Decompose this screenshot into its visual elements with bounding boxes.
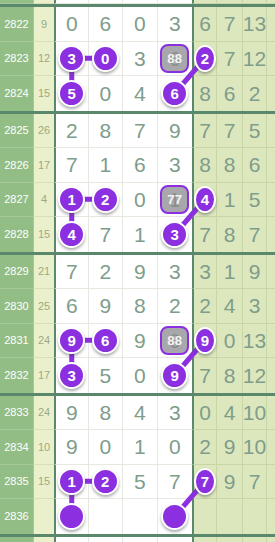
circled-number: 2 — [194, 45, 216, 72]
stat-cell: 8 — [217, 358, 243, 393]
digit: 3 — [169, 154, 181, 175]
prediction-dot — [58, 503, 85, 530]
digit: 8 — [134, 295, 146, 316]
digit: 10 — [243, 402, 266, 423]
digit: 8 — [224, 224, 236, 245]
digit: 9 — [66, 436, 78, 457]
stat-cell-partial — [267, 114, 275, 149]
period-cell: 2825 — [0, 114, 33, 149]
circled-number: 1 — [58, 468, 85, 495]
digit: 9 — [134, 330, 146, 351]
digit: 7 — [99, 224, 111, 245]
digit: 7 — [249, 471, 261, 492]
digit-cell: 3 — [158, 396, 193, 431]
sum-cell — [33, 499, 54, 534]
stat-cell — [243, 0, 267, 4]
digit-cell: 2 — [89, 465, 124, 500]
stat-cell-partial — [267, 148, 275, 183]
period-cell: 2835 — [0, 465, 33, 500]
digit: 6 — [249, 154, 261, 175]
digit-cell: 0 — [123, 183, 158, 218]
digit-cell: 9 — [123, 255, 158, 290]
badge-pair-text: 77 — [167, 193, 182, 206]
period-cell: 2834 — [0, 430, 33, 465]
digit: 0 — [134, 189, 146, 210]
stat-cell: 4 — [192, 183, 217, 218]
table-row: 2830256982243 — [0, 289, 275, 324]
digit-cell: 4 — [123, 76, 158, 111]
digit-cell: 7 — [123, 114, 158, 149]
stat-cell: 8 — [192, 148, 217, 183]
digit: 9 — [169, 120, 181, 141]
digit-cell: 9 — [158, 358, 193, 393]
stat-cell: 6 — [192, 7, 217, 42]
period-cell: 2831 — [0, 324, 33, 359]
digit: 8 — [99, 402, 111, 423]
stat-cell: 7 — [217, 114, 243, 149]
digit: 0 — [99, 83, 111, 104]
badge-pair-text: 88 — [167, 334, 182, 347]
digit: 4 — [224, 295, 236, 316]
digit: 9 — [224, 436, 236, 457]
cut-off-row — [0, 0, 275, 4]
stat-cell: 3 — [243, 289, 267, 324]
badge-pair-text: 88 — [167, 52, 182, 65]
digit: 0 — [134, 13, 146, 34]
digit: 7 — [169, 471, 181, 492]
table-row: 2831249690889013 — [0, 324, 275, 359]
digit-cell: 0 — [89, 42, 124, 77]
digit: 2 — [199, 295, 211, 316]
digit: 1 — [224, 189, 236, 210]
sum-cell: 4 — [33, 183, 54, 218]
digit: 8 — [199, 154, 211, 175]
sum-cell: 15 — [33, 465, 54, 500]
stat-cell: 7 — [192, 358, 217, 393]
circled-number: 7 — [194, 468, 216, 495]
digit: 5 — [249, 120, 261, 141]
stat-cell-partial — [267, 217, 275, 252]
stat-cell — [217, 499, 243, 534]
trend-table: 2822906036713282312303688271228241550468… — [0, 0, 275, 542]
stat-cell-partial — [267, 0, 275, 4]
circled-number: 4 — [58, 221, 85, 248]
sum-cell — [33, 0, 54, 4]
digit: 3 — [169, 261, 181, 282]
digit: 0 — [66, 13, 78, 34]
stat-cell-partial — [267, 42, 275, 77]
digit-cell — [89, 0, 124, 4]
digit: 8 — [224, 154, 236, 175]
digit-cell — [123, 0, 158, 4]
digit-cell: 0 — [123, 358, 158, 393]
digit-cell: 688 — [158, 42, 193, 77]
table-row: 2829217293319 — [0, 255, 275, 290]
stat-cell: 1 — [217, 255, 243, 290]
digit: 1 — [134, 436, 146, 457]
digit: 6 — [134, 154, 146, 175]
period-cell: 2827 — [0, 183, 33, 218]
digit-cell — [89, 537, 124, 542]
table-row: 2828154713787 — [0, 217, 275, 252]
stat-cell: 13 — [243, 324, 267, 359]
stat-cell-partial — [267, 430, 275, 465]
stat-cell: 7 — [192, 217, 217, 252]
stat-cell-partial — [267, 396, 275, 431]
digit-cell: 5 — [54, 76, 89, 111]
circled-number: 4 — [194, 186, 216, 213]
digit: 2 — [66, 120, 78, 141]
digit-cell: 6 — [89, 324, 124, 359]
digit-cell: 088 — [158, 324, 193, 359]
digit-cell — [123, 499, 158, 534]
digit: 0 — [224, 330, 236, 351]
stat-cell: 6 — [217, 76, 243, 111]
digit-cell: 7 — [89, 217, 124, 252]
digit: 6 — [224, 83, 236, 104]
stat-cell: 8 — [192, 76, 217, 111]
digit: 8 — [199, 83, 211, 104]
stat-cell: 4 — [217, 289, 243, 324]
digit-cell: 3 — [158, 148, 193, 183]
circled-number: 6 — [161, 80, 188, 107]
stat-cell: 6 — [243, 148, 267, 183]
digit: 2 — [249, 83, 261, 104]
stat-cell: 8 — [217, 217, 243, 252]
table-row: 2822906036713 — [0, 7, 275, 42]
stat-cell: 1 — [217, 183, 243, 218]
stat-cell: 0 — [192, 396, 217, 431]
stat-cell: 8 — [217, 148, 243, 183]
digit-cell: 177 — [158, 183, 193, 218]
digit-cell: 6 — [158, 76, 193, 111]
digit: 2 — [199, 436, 211, 457]
digit-cell: 2 — [54, 114, 89, 149]
digit-cell: 3 — [54, 358, 89, 393]
stat-cell-partial — [267, 537, 275, 542]
stat-cell-partial — [267, 7, 275, 42]
stat-cell: 13 — [243, 7, 267, 42]
circled-number: 2 — [92, 186, 119, 213]
period-cell — [0, 0, 33, 4]
period-cell: 2829 — [0, 255, 33, 290]
stat-cell — [243, 537, 267, 542]
stat-cell: 9 — [192, 324, 217, 359]
stat-cell — [192, 499, 217, 534]
stat-cell: 7 — [243, 217, 267, 252]
digit: 3 — [134, 48, 146, 69]
digit-cell: 0 — [89, 430, 124, 465]
digit: 9 — [224, 471, 236, 492]
stat-cell-partial — [267, 183, 275, 218]
digit-cell: 1 — [89, 148, 124, 183]
stat-cell-partial — [267, 255, 275, 290]
digit-cell: 6 — [123, 148, 158, 183]
digit: 1 — [99, 154, 111, 175]
digit: 8 — [224, 365, 236, 386]
sum-cell: 9 — [33, 7, 54, 42]
stat-cell-partial — [267, 358, 275, 393]
stat-cell: 2 — [192, 430, 217, 465]
digit: 9 — [66, 402, 78, 423]
circled-number: 5 — [58, 80, 85, 107]
circled-number: 3 — [161, 221, 188, 248]
digit-cell: 2 — [89, 183, 124, 218]
circled-number: 3 — [58, 45, 85, 72]
sum-cell: 24 — [33, 324, 54, 359]
sum-cell: 26 — [33, 114, 54, 149]
stat-cell: 0 — [217, 324, 243, 359]
sum-cell: 15 — [33, 217, 54, 252]
digit-cell: 0 — [54, 7, 89, 42]
digit: 7 — [199, 224, 211, 245]
digit: 3 — [169, 402, 181, 423]
digit: 0 — [169, 436, 181, 457]
digit: 7 — [66, 261, 78, 282]
stat-cell — [243, 499, 267, 534]
stat-cell-partial — [267, 499, 275, 534]
digit: 6 — [66, 295, 78, 316]
digit-cell: 1 — [54, 465, 89, 500]
digit-cell: 9 — [89, 289, 124, 324]
digit-cell — [54, 499, 89, 534]
digit: 7 — [224, 120, 236, 141]
digit: 3 — [199, 261, 211, 282]
digit-cell: 1 — [123, 217, 158, 252]
stat-cell-partial — [267, 324, 275, 359]
table-row: 2824155046862 — [0, 76, 275, 111]
sum-cell: 12 — [33, 42, 54, 77]
digit: 3 — [249, 295, 261, 316]
digit-cell: 8 — [89, 114, 124, 149]
stat-cell: 7 — [217, 42, 243, 77]
stat-cell: 7 — [192, 465, 217, 500]
table-row: 2823123036882712 — [0, 42, 275, 77]
digit: 2 — [99, 261, 111, 282]
pair-badge: 688 — [160, 44, 189, 73]
stat-cell: 7 — [192, 114, 217, 149]
circled-number: 9 — [194, 327, 216, 354]
lottery-trend-chart: 2822906036713282312303688271228241550468… — [0, 0, 275, 542]
digit: 0 — [99, 436, 111, 457]
digit: 7 — [199, 120, 211, 141]
period-cell: 2830 — [0, 289, 33, 324]
stat-cell: 7 — [217, 7, 243, 42]
digit: 2 — [169, 295, 181, 316]
digit-cell — [89, 499, 124, 534]
digit: 7 — [224, 13, 236, 34]
digit: 0 — [199, 402, 211, 423]
digit-cell: 3 — [158, 217, 193, 252]
digit-cell: 9 — [54, 396, 89, 431]
stat-cell-partial — [267, 289, 275, 324]
period-cell: 2823 — [0, 42, 33, 77]
digit: 9 — [134, 261, 146, 282]
sum-cell — [33, 537, 54, 542]
digit-cell: 5 — [123, 465, 158, 500]
digit: 4 — [134, 402, 146, 423]
digit: 9 — [99, 295, 111, 316]
digit: 4 — [134, 83, 146, 104]
period-cell: 2833 — [0, 396, 33, 431]
digit-cell: 8 — [89, 396, 124, 431]
period-cell: 2826 — [0, 148, 33, 183]
table-row: 2836 — [0, 499, 275, 534]
table-row: 28274120177415 — [0, 183, 275, 218]
digit: 6 — [99, 13, 111, 34]
stat-cell: 9 — [243, 255, 267, 290]
table-row: 28332498430410 — [0, 396, 275, 431]
digit-cell: 3 — [54, 42, 89, 77]
digit-cell: 5 — [89, 358, 124, 393]
table-row: 28341090102910 — [0, 430, 275, 465]
digit-cell: 2 — [158, 289, 193, 324]
digit-cell: 2 — [89, 255, 124, 290]
stat-cell: 2 — [192, 289, 217, 324]
stat-cell — [217, 537, 243, 542]
digit-cell — [158, 499, 193, 534]
digit-cell: 7 — [54, 148, 89, 183]
digit-cell: 1 — [123, 430, 158, 465]
digit: 1 — [224, 261, 236, 282]
digit: 5 — [99, 365, 111, 386]
stat-cell: 10 — [243, 396, 267, 431]
circled-number: 2 — [92, 468, 119, 495]
stat-cell: 5 — [243, 114, 267, 149]
digit: 9 — [249, 261, 261, 282]
digit-cell: 4 — [54, 217, 89, 252]
pair-badge: 177 — [160, 185, 189, 214]
digit-cell: 0 — [158, 430, 193, 465]
circled-number: 9 — [58, 327, 85, 354]
stat-cell — [192, 0, 217, 4]
table-row: 2825262879775 — [0, 114, 275, 149]
stat-cell — [192, 537, 217, 542]
stat-cell: 12 — [243, 358, 267, 393]
digit: 5 — [134, 471, 146, 492]
sum-cell: 25 — [33, 289, 54, 324]
digit: 5 — [249, 189, 261, 210]
period-cell: 2836 — [0, 499, 33, 534]
digit: 7 — [224, 48, 236, 69]
digit-cell — [54, 537, 89, 542]
digit-cell: 0 — [89, 76, 124, 111]
cut-off-row — [0, 537, 275, 542]
stat-cell: 10 — [243, 430, 267, 465]
stat-cell: 3 — [192, 255, 217, 290]
digit: 0 — [134, 365, 146, 386]
digit-cell: 4 — [123, 396, 158, 431]
sum-cell: 24 — [33, 396, 54, 431]
digit-cell — [158, 537, 193, 542]
stat-cell-partial — [267, 76, 275, 111]
digit: 8 — [99, 120, 111, 141]
digit: 7 — [134, 120, 146, 141]
stat-cell: 2 — [192, 42, 217, 77]
digit-cell: 9 — [54, 430, 89, 465]
digit: 12 — [243, 48, 266, 69]
prediction-dot — [161, 503, 188, 530]
circled-number: 1 — [58, 186, 85, 213]
circled-number: 9 — [161, 362, 188, 389]
stat-cell-partial — [267, 465, 275, 500]
circled-number: 0 — [92, 45, 119, 72]
digit-cell — [123, 537, 158, 542]
digit-cell: 6 — [54, 289, 89, 324]
digit-cell: 7 — [54, 255, 89, 290]
digit: 10 — [243, 436, 266, 457]
stat-cell — [217, 0, 243, 4]
period-cell: 2832 — [0, 358, 33, 393]
circled-number: 3 — [58, 362, 85, 389]
digit: 13 — [243, 330, 266, 351]
sum-cell: 21 — [33, 255, 54, 290]
digit: 1 — [134, 224, 146, 245]
digit: 7 — [249, 224, 261, 245]
digit-cell: 3 — [123, 42, 158, 77]
stat-cell: 7 — [243, 465, 267, 500]
sum-cell: 17 — [33, 148, 54, 183]
digit-cell: 1 — [54, 183, 89, 218]
stat-cell: 2 — [243, 76, 267, 111]
digit-cell: 6 — [89, 7, 124, 42]
digit-cell: 8 — [123, 289, 158, 324]
stat-cell: 9 — [217, 430, 243, 465]
digit-cell: 9 — [54, 324, 89, 359]
digit: 12 — [243, 365, 266, 386]
table-row: 28321735097812 — [0, 358, 275, 393]
period-cell — [0, 537, 33, 542]
sum-cell: 17 — [33, 358, 54, 393]
pair-badge: 088 — [160, 326, 189, 355]
digit-cell: 3 — [158, 255, 193, 290]
stat-cell: 12 — [243, 42, 267, 77]
digit: 7 — [66, 154, 78, 175]
period-cell: 2828 — [0, 217, 33, 252]
period-cell: 2824 — [0, 76, 33, 111]
table-row: 2835151257797 — [0, 465, 275, 500]
digit-cell — [54, 0, 89, 4]
sum-cell: 15 — [33, 76, 54, 111]
period-cell: 2822 — [0, 7, 33, 42]
digit: 13 — [243, 13, 266, 34]
digit: 4 — [224, 402, 236, 423]
digit-cell: 9 — [123, 324, 158, 359]
stat-cell: 9 — [217, 465, 243, 500]
digit-cell: 0 — [123, 7, 158, 42]
digit-cell: 7 — [158, 465, 193, 500]
digit-cell: 9 — [158, 114, 193, 149]
digit-cell — [158, 0, 193, 4]
digit: 7 — [199, 365, 211, 386]
circled-number: 6 — [92, 327, 119, 354]
stat-cell: 5 — [243, 183, 267, 218]
stat-cell: 4 — [217, 396, 243, 431]
digit-cell: 3 — [158, 7, 193, 42]
sum-cell: 10 — [33, 430, 54, 465]
digit: 3 — [169, 13, 181, 34]
digit: 6 — [199, 13, 211, 34]
table-row: 2826177163886 — [0, 148, 275, 183]
